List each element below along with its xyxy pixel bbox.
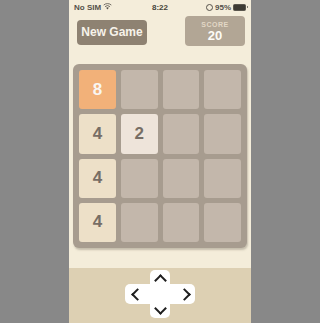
app-screen: No SIM 8:22 95% New Game SCORE 20 84244 [69,0,251,323]
empty-cell [121,159,158,198]
tile-2: 2 [121,114,158,153]
empty-cell [163,70,200,109]
score-box: SCORE 20 [185,16,245,46]
tile-4: 4 [79,159,116,198]
empty-cell [204,203,241,242]
tile-4: 4 [79,114,116,153]
battery-icon [233,4,246,11]
clock-label: 8:22 [152,3,168,12]
dpad-control [125,270,195,318]
new-game-button[interactable]: New Game [77,20,147,45]
move-left-button[interactable] [125,286,147,302]
tile-8: 8 [79,70,116,109]
move-right-button[interactable] [173,286,195,302]
status-bar-right: 95% [206,3,246,12]
score-value: 20 [185,29,245,43]
empty-cell [121,70,158,109]
empty-cell [204,70,241,109]
carrier-label: No SIM [74,3,101,12]
orientation-lock-icon [206,4,213,11]
move-down-button[interactable] [149,302,171,318]
empty-cell [163,159,200,198]
status-bar-left: No SIM [74,3,112,12]
battery-percent-label: 95% [215,3,231,12]
move-up-button[interactable] [149,270,171,286]
empty-cell [204,114,241,153]
tile-4: 4 [79,203,116,242]
board-grid: 84244 [73,64,247,248]
status-bar: No SIM 8:22 95% [69,0,251,14]
empty-cell [163,203,200,242]
empty-cell [163,114,200,153]
wifi-icon [103,3,112,12]
empty-cell [121,203,158,242]
empty-cell [204,159,241,198]
